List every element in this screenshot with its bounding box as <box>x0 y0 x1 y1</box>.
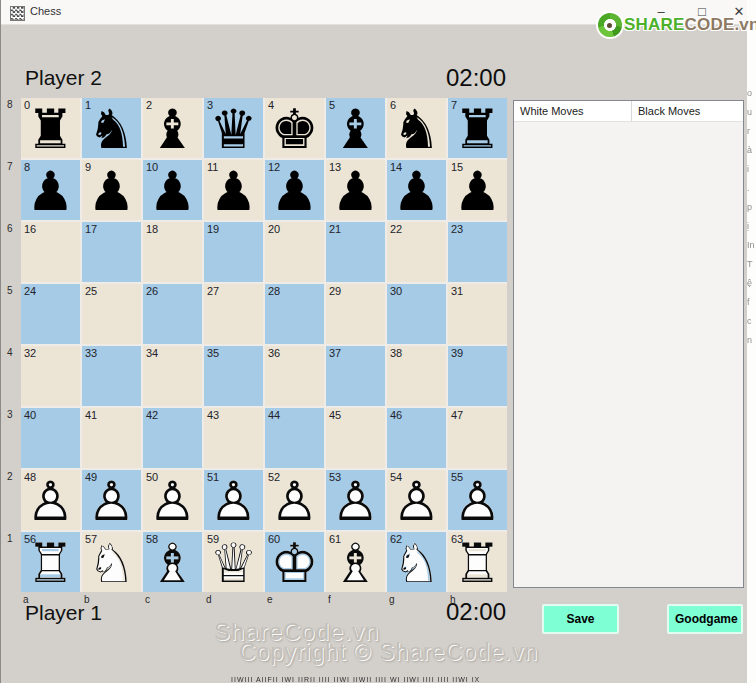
square-b6[interactable]: 17 <box>82 222 141 282</box>
square-h7[interactable]: 15♟︎ <box>448 160 507 220</box>
square-index-label: 43 <box>207 409 219 421</box>
square-index-label: 34 <box>146 347 158 359</box>
square-g7[interactable]: 14♟︎ <box>387 160 446 220</box>
square-g8[interactable]: 6♞︎ <box>387 98 446 158</box>
square-b5[interactable]: 25 <box>82 284 141 344</box>
square-index-label: 14 <box>390 161 402 173</box>
square-index-label: 31 <box>451 285 463 297</box>
square-d6[interactable]: 19 <box>204 222 263 282</box>
square-a6[interactable]: 16 <box>21 222 80 282</box>
square-index-label: 44 <box>268 409 280 421</box>
square-index-label: 38 <box>390 347 402 359</box>
square-h2[interactable]: 55♟︎♙︎ <box>448 470 507 530</box>
square-index-label: 3 <box>207 99 213 111</box>
square-index-label: 42 <box>146 409 158 421</box>
save-button[interactable]: Save <box>542 604 619 634</box>
square-index-label: 8 <box>24 161 30 173</box>
square-index-label: 0 <box>24 99 30 111</box>
square-index-label: 50 <box>146 471 158 483</box>
square-index-label: 18 <box>146 223 158 235</box>
rank-label-8: 8 <box>7 99 19 110</box>
square-index-label: 15 <box>451 161 463 173</box>
square-h4[interactable]: 39 <box>448 346 507 406</box>
square-index-label: 61 <box>329 533 341 545</box>
square-index-label: 49 <box>85 471 97 483</box>
square-index-label: 16 <box>24 223 36 235</box>
top-player-clock: 02:00 <box>396 64 506 92</box>
square-f4[interactable]: 37 <box>326 346 385 406</box>
chessboard-app-icon <box>10 6 25 21</box>
square-index-label: 59 <box>207 533 219 545</box>
screen: ourài.pịInTệfcn Chess – □ ✕ SHARECODE.vn… <box>0 0 756 683</box>
square-h6[interactable]: 23 <box>448 222 507 282</box>
square-index-label: 20 <box>268 223 280 235</box>
sharecode-recycle-icon <box>598 13 622 37</box>
square-index-label: 28 <box>268 285 280 297</box>
rank-label-7: 7 <box>7 161 19 172</box>
square-d3[interactable]: 43 <box>204 408 263 468</box>
square-d2[interactable]: 51♟︎♙︎ <box>204 470 263 530</box>
square-index-label: 1 <box>85 99 91 111</box>
square-index-label: 56 <box>24 533 36 545</box>
square-d7[interactable]: 11♟︎ <box>204 160 263 220</box>
square-g3[interactable]: 46 <box>387 408 446 468</box>
square-index-label: 63 <box>451 533 463 545</box>
square-c8[interactable]: 2♝︎ <box>143 98 202 158</box>
square-index-label: 54 <box>390 471 402 483</box>
square-e3[interactable]: 44 <box>265 408 324 468</box>
square-h5[interactable]: 31 <box>448 284 507 344</box>
square-d1[interactable]: 59♛︎♕︎ <box>204 532 263 592</box>
square-index-label: 35 <box>207 347 219 359</box>
logo-text-green: SHARE <box>624 15 685 34</box>
square-index-label: 9 <box>85 161 91 173</box>
square-b8[interactable]: 1♞︎ <box>82 98 141 158</box>
square-b4[interactable]: 33 <box>82 346 141 406</box>
square-index-label: 23 <box>451 223 463 235</box>
square-g4[interactable]: 38 <box>387 346 446 406</box>
move-list-header: White Moves Black Moves <box>514 101 743 122</box>
square-index-label: 21 <box>329 223 341 235</box>
square-a7[interactable]: 8♟︎ <box>21 160 80 220</box>
square-index-label: 36 <box>268 347 280 359</box>
move-list-body[interactable] <box>514 122 743 587</box>
square-b2[interactable]: 49♟︎♙︎ <box>82 470 141 530</box>
square-index-label: 5 <box>329 99 335 111</box>
square-g1[interactable]: 62♞︎♘︎ <box>387 532 446 592</box>
black-moves-column-header[interactable]: Black Moves <box>632 101 743 121</box>
bottom-player-clock: 02:00 <box>396 598 506 626</box>
watermark-line2: Copyright © ShareCode.vn <box>239 639 538 666</box>
square-f3[interactable]: 45 <box>326 408 385 468</box>
square-e4[interactable]: 36 <box>265 346 324 406</box>
move-list-panel[interactable]: White Moves Black Moves <box>513 100 744 588</box>
square-index-label: 24 <box>24 285 36 297</box>
square-b3[interactable]: 41 <box>82 408 141 468</box>
square-c3[interactable]: 42 <box>143 408 202 468</box>
square-b7[interactable]: 9♟︎ <box>82 160 141 220</box>
square-index-label: 45 <box>329 409 341 421</box>
square-index-label: 7 <box>451 99 457 111</box>
square-d4[interactable]: 35 <box>204 346 263 406</box>
square-index-label: 53 <box>329 471 341 483</box>
square-index-label: 51 <box>207 471 219 483</box>
square-index-label: 39 <box>451 347 463 359</box>
square-b1[interactable]: 57♞︎♘︎ <box>82 532 141 592</box>
square-index-label: 47 <box>451 409 463 421</box>
square-h1[interactable]: 63♜︎♖︎ <box>448 532 507 592</box>
square-index-label: 33 <box>85 347 97 359</box>
square-c2[interactable]: 50♟︎♙︎ <box>143 470 202 530</box>
square-index-label: 32 <box>24 347 36 359</box>
rank-label-6: 6 <box>7 223 19 234</box>
square-a5[interactable]: 24 <box>21 284 80 344</box>
file-label-e: e <box>267 594 273 605</box>
square-a2[interactable]: 48♟︎♙︎ <box>21 470 80 530</box>
file-label-c: c <box>145 594 150 605</box>
square-c7[interactable]: 10♟︎ <box>143 160 202 220</box>
window-title: Chess <box>30 5 61 17</box>
square-h8[interactable]: 7♜︎ <box>448 98 507 158</box>
square-index-label: 48 <box>24 471 36 483</box>
square-index-label: 26 <box>146 285 158 297</box>
square-e6[interactable]: 20 <box>265 222 324 282</box>
square-index-label: 12 <box>268 161 280 173</box>
background-page-sliver: ourài.pịInTệfcn <box>747 0 756 683</box>
square-d5[interactable]: 27 <box>204 284 263 344</box>
square-e8[interactable]: 4♚︎ <box>265 98 324 158</box>
square-index-label: 46 <box>390 409 402 421</box>
square-index-label: 40 <box>24 409 36 421</box>
square-index-label: 22 <box>390 223 402 235</box>
square-a3[interactable]: 40 <box>21 408 80 468</box>
square-index-label: 58 <box>146 533 158 545</box>
rank-label-2: 2 <box>7 471 19 482</box>
square-c4[interactable]: 34 <box>143 346 202 406</box>
square-index-label: 57 <box>85 533 97 545</box>
square-index-label: 41 <box>85 409 97 421</box>
white-moves-column-header[interactable]: White Moves <box>514 101 632 121</box>
square-index-label: 10 <box>146 161 158 173</box>
square-index-label: 55 <box>451 471 463 483</box>
square-index-label: 29 <box>329 285 341 297</box>
square-index-label: 30 <box>390 285 402 297</box>
square-e7[interactable]: 12♟︎ <box>265 160 324 220</box>
square-index-label: 11 <box>207 161 218 173</box>
square-index-label: 4 <box>268 99 274 111</box>
square-h3[interactable]: 47 <box>448 408 507 468</box>
rank-label-5: 5 <box>7 285 19 296</box>
square-e2[interactable]: 52♟︎♙︎ <box>265 470 324 530</box>
square-index-label: 27 <box>207 285 219 297</box>
chess-app-window: Chess – □ ✕ SHARECODE.vn Player 2 02:00 … <box>0 0 747 683</box>
logo-text-brown: CODE.vn <box>685 15 756 34</box>
top-player-name: Player 2 <box>25 66 102 90</box>
square-c5[interactable]: 26 <box>143 284 202 344</box>
square-index-label: 17 <box>85 223 97 235</box>
sharecode-logo-text: SHARECODE.vn <box>624 15 756 35</box>
square-index-label: 19 <box>207 223 219 235</box>
square-a8[interactable]: 0♜︎ <box>21 98 80 158</box>
square-index-label: 37 <box>329 347 341 359</box>
sharecode-logo: SHARECODE.vn <box>598 13 756 37</box>
square-g2[interactable]: 54♟︎♙︎ <box>387 470 446 530</box>
square-f2[interactable]: 53♟︎♙︎ <box>326 470 385 530</box>
square-index-label: 13 <box>329 161 341 173</box>
square-c6[interactable]: 18 <box>143 222 202 282</box>
square-f6[interactable]: 21 <box>326 222 385 282</box>
bottom-player-name: Player 1 <box>25 601 102 625</box>
file-label-d: d <box>206 594 212 605</box>
square-f8[interactable]: 5♝︎ <box>326 98 385 158</box>
rank-label-3: 3 <box>7 409 19 420</box>
rank-label-1: 1 <box>7 533 19 544</box>
background-bleed-text: IIWIII AIIFII IWI IIRII IIII IIWI IIWII … <box>231 676 591 683</box>
square-index-label: 52 <box>268 471 280 483</box>
square-index-label: 60 <box>268 533 280 545</box>
rank-label-4: 4 <box>7 347 19 358</box>
square-e5[interactable]: 28 <box>265 284 324 344</box>
square-f7[interactable]: 13♟︎ <box>326 160 385 220</box>
square-d8[interactable]: 3♛︎ <box>204 98 263 158</box>
file-label-g: g <box>389 594 395 605</box>
square-a1[interactable]: 56♜︎♖︎ <box>21 532 80 592</box>
square-e1[interactable]: 60♚︎♔︎ <box>265 532 324 592</box>
square-c1[interactable]: 58♝︎♗︎ <box>143 532 202 592</box>
square-index-label: 2 <box>146 99 152 111</box>
square-a4[interactable]: 32 <box>21 346 80 406</box>
square-index-label: 25 <box>85 285 97 297</box>
goodgame-button[interactable]: Goodgame <box>667 604 743 634</box>
square-f1[interactable]: 61♝︎♗︎ <box>326 532 385 592</box>
square-index-label: 6 <box>390 99 396 111</box>
square-f5[interactable]: 29 <box>326 284 385 344</box>
file-label-f: f <box>328 594 331 605</box>
square-index-label: 62 <box>390 533 402 545</box>
square-g6[interactable]: 22 <box>387 222 446 282</box>
square-g5[interactable]: 30 <box>387 284 446 344</box>
chess-board: 0♜︎1♞︎2♝︎3♛︎4♚︎5♝︎6♞︎7♜︎8♟︎9♟︎10♟︎11♟︎12… <box>21 98 507 592</box>
